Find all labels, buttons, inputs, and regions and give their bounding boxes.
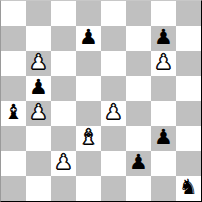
square-b1[interactable] <box>26 176 51 201</box>
square-a3[interactable] <box>1 126 26 151</box>
square-h2[interactable] <box>176 151 201 176</box>
square-c3[interactable] <box>51 126 76 151</box>
square-h4[interactable] <box>176 101 201 126</box>
square-f3[interactable] <box>126 126 151 151</box>
square-a5[interactable] <box>1 76 26 101</box>
square-c1[interactable] <box>51 176 76 201</box>
chess-diagram: ♟♟♟♟♟♝♟♟♝♟♟♟♞ <box>0 0 202 202</box>
square-g4[interactable] <box>151 101 176 126</box>
square-d6[interactable] <box>76 51 101 76</box>
square-a6[interactable] <box>1 51 26 76</box>
square-f7[interactable] <box>126 26 151 51</box>
square-g7[interactable]: ♟ <box>151 26 176 51</box>
square-g2[interactable] <box>151 151 176 176</box>
square-b7[interactable] <box>26 26 51 51</box>
square-a2[interactable] <box>1 151 26 176</box>
square-b5[interactable]: ♟ <box>26 76 51 101</box>
square-d8[interactable] <box>76 1 101 26</box>
chess-board: ♟♟♟♟♟♝♟♟♝♟♟♟♞ <box>0 0 202 202</box>
square-e1[interactable] <box>101 176 126 201</box>
square-c4[interactable] <box>51 101 76 126</box>
square-h3[interactable] <box>176 126 201 151</box>
black-pawn: ♟ <box>154 126 173 150</box>
square-h1[interactable]: ♞ <box>176 176 201 201</box>
square-h6[interactable] <box>176 51 201 76</box>
square-g5[interactable] <box>151 76 176 101</box>
white-pawn: ♟ <box>104 101 123 125</box>
square-d7[interactable]: ♟ <box>76 26 101 51</box>
square-d5[interactable] <box>76 76 101 101</box>
black-bishop: ♝ <box>4 101 23 125</box>
white-pawn: ♟ <box>154 51 173 75</box>
square-f2[interactable]: ♟ <box>126 151 151 176</box>
square-g6[interactable]: ♟ <box>151 51 176 76</box>
square-d4[interactable] <box>76 101 101 126</box>
square-a7[interactable] <box>1 26 26 51</box>
white-pawn: ♟ <box>29 101 48 125</box>
square-d2[interactable] <box>76 151 101 176</box>
black-knight: ♞ <box>179 176 198 200</box>
square-b2[interactable] <box>26 151 51 176</box>
white-pawn: ♟ <box>54 151 73 175</box>
square-g3[interactable]: ♟ <box>151 126 176 151</box>
white-pawn: ♟ <box>29 51 48 75</box>
square-a4[interactable]: ♝ <box>1 101 26 126</box>
square-b6[interactable]: ♟ <box>26 51 51 76</box>
square-e6[interactable] <box>101 51 126 76</box>
square-a8[interactable] <box>1 1 26 26</box>
square-e2[interactable] <box>101 151 126 176</box>
square-b4[interactable]: ♟ <box>26 101 51 126</box>
black-pawn: ♟ <box>129 151 148 175</box>
black-pawn: ♟ <box>29 76 48 100</box>
square-e3[interactable] <box>101 126 126 151</box>
white-bishop: ♝ <box>79 126 98 150</box>
square-f5[interactable] <box>126 76 151 101</box>
square-e4[interactable]: ♟ <box>101 101 126 126</box>
square-c8[interactable] <box>51 1 76 26</box>
black-pawn: ♟ <box>79 26 98 50</box>
square-c2[interactable]: ♟ <box>51 151 76 176</box>
square-f4[interactable] <box>126 101 151 126</box>
square-b3[interactable] <box>26 126 51 151</box>
square-f6[interactable] <box>126 51 151 76</box>
square-c5[interactable] <box>51 76 76 101</box>
square-g1[interactable] <box>151 176 176 201</box>
square-c6[interactable] <box>51 51 76 76</box>
square-a1[interactable] <box>1 176 26 201</box>
square-f8[interactable] <box>126 1 151 26</box>
square-f1[interactable] <box>126 176 151 201</box>
square-h8[interactable] <box>176 1 201 26</box>
square-e8[interactable] <box>101 1 126 26</box>
square-b8[interactable] <box>26 1 51 26</box>
black-pawn: ♟ <box>154 26 173 50</box>
square-c7[interactable] <box>51 26 76 51</box>
square-d3[interactable]: ♝ <box>76 126 101 151</box>
square-g8[interactable] <box>151 1 176 26</box>
square-e5[interactable] <box>101 76 126 101</box>
square-d1[interactable] <box>76 176 101 201</box>
square-e7[interactable] <box>101 26 126 51</box>
square-h7[interactable] <box>176 26 201 51</box>
square-h5[interactable] <box>176 76 201 101</box>
